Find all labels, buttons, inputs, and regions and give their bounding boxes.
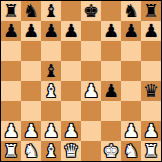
- square-d8[interactable]: [61, 1, 81, 21]
- square-h3[interactable]: [141, 101, 161, 121]
- square-c5[interactable]: ♝: [41, 61, 61, 81]
- square-g4[interactable]: [121, 81, 141, 101]
- square-g3[interactable]: [121, 101, 141, 121]
- square-c1[interactable]: ♝: [41, 141, 61, 161]
- piece-white-pawn[interactable]: ♟: [43, 121, 59, 141]
- piece-black-pawn[interactable]: ♟: [43, 21, 59, 41]
- piece-white-knight[interactable]: ♞: [123, 141, 139, 161]
- square-a5[interactable]: [1, 61, 21, 81]
- square-h7[interactable]: ♟: [141, 21, 161, 41]
- piece-white-queen[interactable]: ♛: [63, 141, 79, 161]
- square-c3[interactable]: [41, 101, 61, 121]
- square-g5[interactable]: [121, 61, 141, 81]
- square-b1[interactable]: ♞: [21, 141, 41, 161]
- square-d4[interactable]: [61, 81, 81, 101]
- piece-black-knight[interactable]: ♞: [123, 1, 139, 21]
- square-h2[interactable]: ♟: [141, 121, 161, 141]
- square-g6[interactable]: [121, 41, 141, 61]
- square-e2[interactable]: [81, 121, 101, 141]
- piece-black-pawn[interactable]: ♟: [63, 21, 79, 41]
- chess-board: ♜♞♝♚♞♜♟♟♟♟♟♟♟♝♝♟♟♛♟♟♟♟♟♟♜♞♝♛♚♞♜: [0, 0, 162, 162]
- piece-black-pawn[interactable]: ♟: [143, 21, 159, 41]
- square-e8[interactable]: ♚: [81, 1, 101, 21]
- square-f5[interactable]: [101, 61, 121, 81]
- square-f8[interactable]: [101, 1, 121, 21]
- piece-black-pawn[interactable]: ♟: [103, 81, 119, 101]
- piece-white-pawn[interactable]: ♟: [63, 121, 79, 141]
- piece-white-bishop[interactable]: ♝: [43, 141, 59, 161]
- square-f6[interactable]: [101, 41, 121, 61]
- piece-black-pawn[interactable]: ♟: [103, 21, 119, 41]
- square-c8[interactable]: ♝: [41, 1, 61, 21]
- square-a4[interactable]: [1, 81, 21, 101]
- square-e6[interactable]: [81, 41, 101, 61]
- square-b2[interactable]: ♟: [21, 121, 41, 141]
- square-h4[interactable]: ♛: [141, 81, 161, 101]
- square-g7[interactable]: ♟: [121, 21, 141, 41]
- square-b4[interactable]: [21, 81, 41, 101]
- square-g1[interactable]: ♞: [121, 141, 141, 161]
- piece-white-pawn[interactable]: ♟: [3, 121, 19, 141]
- piece-white-pawn[interactable]: ♟: [123, 121, 139, 141]
- square-g2[interactable]: ♟: [121, 121, 141, 141]
- square-a7[interactable]: ♟: [1, 21, 21, 41]
- square-b7[interactable]: ♟: [21, 21, 41, 41]
- square-d7[interactable]: ♟: [61, 21, 81, 41]
- square-d6[interactable]: [61, 41, 81, 61]
- square-d2[interactable]: ♟: [61, 121, 81, 141]
- piece-white-rook[interactable]: ♜: [3, 141, 19, 161]
- square-a8[interactable]: ♜: [1, 1, 21, 21]
- square-b5[interactable]: [21, 61, 41, 81]
- piece-white-pawn[interactable]: ♟: [23, 121, 39, 141]
- piece-black-rook[interactable]: ♜: [143, 1, 159, 21]
- piece-black-knight[interactable]: ♞: [23, 1, 39, 21]
- square-a1[interactable]: ♜: [1, 141, 21, 161]
- square-e4[interactable]: ♟: [81, 81, 101, 101]
- piece-white-king[interactable]: ♚: [103, 141, 119, 161]
- piece-black-pawn[interactable]: ♟: [123, 21, 139, 41]
- piece-black-bishop[interactable]: ♝: [43, 61, 59, 81]
- square-h5[interactable]: [141, 61, 161, 81]
- piece-black-pawn[interactable]: ♟: [3, 21, 19, 41]
- square-f7[interactable]: ♟: [101, 21, 121, 41]
- square-e3[interactable]: [81, 101, 101, 121]
- piece-white-bishop[interactable]: ♝: [43, 81, 59, 101]
- square-d5[interactable]: [61, 61, 81, 81]
- square-c4[interactable]: ♝: [41, 81, 61, 101]
- square-a2[interactable]: ♟: [1, 121, 21, 141]
- piece-white-pawn[interactable]: ♟: [143, 121, 159, 141]
- square-a6[interactable]: [1, 41, 21, 61]
- square-c2[interactable]: ♟: [41, 121, 61, 141]
- square-e7[interactable]: [81, 21, 101, 41]
- square-f2[interactable]: [101, 121, 121, 141]
- piece-white-pawn[interactable]: ♟: [83, 81, 99, 101]
- piece-black-pawn[interactable]: ♟: [23, 21, 39, 41]
- piece-white-knight[interactable]: ♞: [23, 141, 39, 161]
- square-e1[interactable]: [81, 141, 101, 161]
- square-h6[interactable]: [141, 41, 161, 61]
- piece-black-king[interactable]: ♚: [83, 1, 99, 21]
- square-g8[interactable]: ♞: [121, 1, 141, 21]
- square-d1[interactable]: ♛: [61, 141, 81, 161]
- square-c7[interactable]: ♟: [41, 21, 61, 41]
- square-a3[interactable]: [1, 101, 21, 121]
- piece-black-queen[interactable]: ♛: [143, 81, 159, 101]
- square-c6[interactable]: [41, 41, 61, 61]
- piece-white-rook[interactable]: ♜: [143, 141, 159, 161]
- square-b3[interactable]: [21, 101, 41, 121]
- square-e5[interactable]: [81, 61, 101, 81]
- square-f4[interactable]: ♟: [101, 81, 121, 101]
- square-b8[interactable]: ♞: [21, 1, 41, 21]
- square-f1[interactable]: ♚: [101, 141, 121, 161]
- piece-black-bishop[interactable]: ♝: [43, 1, 59, 21]
- square-f3[interactable]: [101, 101, 121, 121]
- square-h1[interactable]: ♜: [141, 141, 161, 161]
- square-b6[interactable]: [21, 41, 41, 61]
- square-d3[interactable]: [61, 101, 81, 121]
- piece-black-rook[interactable]: ♜: [3, 1, 19, 21]
- square-h8[interactable]: ♜: [141, 1, 161, 21]
